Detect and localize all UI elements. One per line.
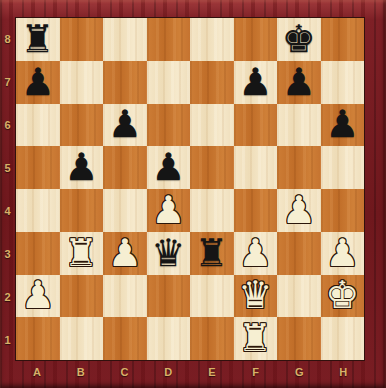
square-g3[interactable] [277, 232, 321, 275]
square-c3[interactable]: ♟ [103, 232, 147, 275]
file-label-d: D [146, 366, 190, 384]
square-c4[interactable] [103, 189, 147, 232]
piece-white-pawn-f3[interactable]: ♟ [238, 232, 272, 275]
square-f3[interactable]: ♟ [234, 232, 278, 275]
square-c8[interactable] [103, 18, 147, 61]
square-c7[interactable] [103, 61, 147, 104]
square-h5[interactable] [321, 146, 365, 189]
square-h7[interactable] [321, 61, 365, 104]
piece-black-rook-e3[interactable]: ♜ [195, 232, 229, 275]
rank-label-1: 1 [0, 318, 15, 361]
square-h3[interactable]: ♟ [321, 232, 365, 275]
file-label-g: G [278, 366, 322, 384]
square-c5[interactable] [103, 146, 147, 189]
piece-white-pawn-c3[interactable]: ♟ [108, 232, 142, 275]
piece-white-rook-b3[interactable]: ♜ [64, 232, 98, 275]
square-d1[interactable] [147, 317, 191, 360]
square-e3[interactable]: ♜ [190, 232, 234, 275]
piece-black-pawn-g7[interactable]: ♟ [282, 61, 316, 104]
square-a8[interactable]: ♜ [16, 18, 60, 61]
piece-black-king-g8[interactable]: ♚ [282, 18, 316, 61]
square-a3[interactable] [16, 232, 60, 275]
piece-black-pawn-f7[interactable]: ♟ [238, 61, 272, 104]
square-e7[interactable] [190, 61, 234, 104]
square-h1[interactable] [321, 317, 365, 360]
square-b5[interactable]: ♟ [60, 146, 104, 189]
piece-white-pawn-a2[interactable]: ♟ [21, 275, 55, 318]
square-d8[interactable] [147, 18, 191, 61]
rank-label-3: 3 [0, 232, 15, 275]
square-e6[interactable] [190, 104, 234, 147]
square-b6[interactable] [60, 104, 104, 147]
square-f1[interactable]: ♜ [234, 317, 278, 360]
square-d5[interactable]: ♟ [147, 146, 191, 189]
square-h2[interactable]: ♚ [321, 275, 365, 318]
piece-white-queen-f2[interactable]: ♛ [238, 275, 272, 318]
square-f8[interactable] [234, 18, 278, 61]
square-e2[interactable] [190, 275, 234, 318]
piece-white-pawn-h3[interactable]: ♟ [325, 232, 359, 275]
rank-label-8: 8 [0, 17, 15, 60]
rank-label-5: 5 [0, 146, 15, 189]
square-e8[interactable] [190, 18, 234, 61]
square-a6[interactable] [16, 104, 60, 147]
rank-label-2: 2 [0, 275, 15, 318]
square-g1[interactable] [277, 317, 321, 360]
square-f4[interactable] [234, 189, 278, 232]
square-f6[interactable] [234, 104, 278, 147]
square-a5[interactable] [16, 146, 60, 189]
square-b3[interactable]: ♜ [60, 232, 104, 275]
square-f5[interactable] [234, 146, 278, 189]
square-a1[interactable] [16, 317, 60, 360]
piece-black-pawn-c6[interactable]: ♟ [108, 104, 142, 147]
piece-white-rook-f1[interactable]: ♜ [238, 317, 272, 360]
piece-black-pawn-b5[interactable]: ♟ [64, 146, 98, 189]
file-label-f: F [234, 366, 278, 384]
piece-black-pawn-h6[interactable]: ♟ [325, 104, 359, 147]
rank-label-7: 7 [0, 60, 15, 103]
square-h8[interactable] [321, 18, 365, 61]
square-c1[interactable] [103, 317, 147, 360]
square-b2[interactable] [60, 275, 104, 318]
file-label-a: A [15, 366, 59, 384]
file-label-e: E [190, 366, 234, 384]
square-a2[interactable]: ♟ [16, 275, 60, 318]
rank-label-6: 6 [0, 103, 15, 146]
rank-labels: 87654321 [0, 17, 15, 361]
chess-board[interactable]: ♜♚♟♟♟♟♟♟♟♟♟♜♟♛♜♟♟♟♛♚♜ [15, 17, 365, 361]
piece-black-pawn-d5[interactable]: ♟ [151, 146, 185, 189]
rank-label-4: 4 [0, 189, 15, 232]
square-g8[interactable]: ♚ [277, 18, 321, 61]
piece-white-pawn-d4[interactable]: ♟ [151, 189, 185, 232]
square-b7[interactable] [60, 61, 104, 104]
square-g6[interactable] [277, 104, 321, 147]
square-d6[interactable] [147, 104, 191, 147]
piece-white-king-h2[interactable]: ♚ [325, 275, 359, 318]
piece-black-queen-d3[interactable]: ♛ [151, 232, 185, 275]
square-e5[interactable] [190, 146, 234, 189]
square-d7[interactable] [147, 61, 191, 104]
square-c2[interactable] [103, 275, 147, 318]
square-d2[interactable] [147, 275, 191, 318]
square-b1[interactable] [60, 317, 104, 360]
square-b8[interactable] [60, 18, 104, 61]
square-e4[interactable] [190, 189, 234, 232]
square-a7[interactable]: ♟ [16, 61, 60, 104]
square-g5[interactable] [277, 146, 321, 189]
square-d3[interactable]: ♛ [147, 232, 191, 275]
file-labels: ABCDEFGH [15, 361, 365, 388]
square-g4[interactable]: ♟ [277, 189, 321, 232]
piece-white-pawn-g4[interactable]: ♟ [282, 189, 316, 232]
square-b4[interactable] [60, 189, 104, 232]
piece-black-rook-a8[interactable]: ♜ [21, 18, 55, 61]
square-g2[interactable] [277, 275, 321, 318]
square-f2[interactable]: ♛ [234, 275, 278, 318]
square-a4[interactable] [16, 189, 60, 232]
piece-black-pawn-a7[interactable]: ♟ [21, 61, 55, 104]
chess-board-frame: 87654321 ♜♚♟♟♟♟♟♟♟♟♟♜♟♛♜♟♟♟♛♚♜ ABCDEFGH [0, 0, 386, 388]
square-c6[interactable]: ♟ [103, 104, 147, 147]
file-label-b: B [59, 366, 103, 384]
file-label-c: C [103, 366, 147, 384]
square-d4[interactable]: ♟ [147, 189, 191, 232]
square-e1[interactable] [190, 317, 234, 360]
file-label-h: H [321, 366, 365, 384]
square-f7[interactable]: ♟ [234, 61, 278, 104]
square-h6[interactable]: ♟ [321, 104, 365, 147]
square-h4[interactable] [321, 189, 365, 232]
square-g7[interactable]: ♟ [277, 61, 321, 104]
